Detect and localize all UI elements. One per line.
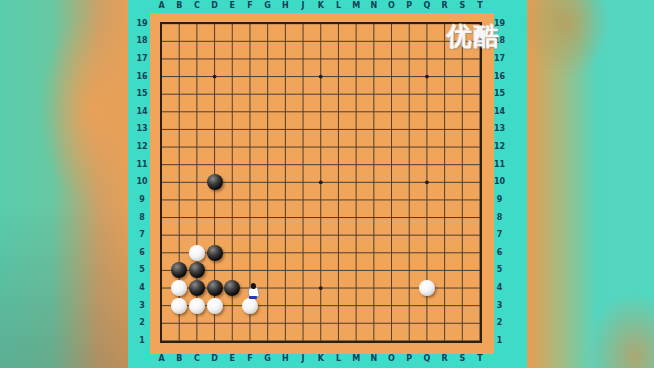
- coordinate-label: B: [176, 355, 182, 363]
- coordinate-label: 3: [497, 302, 503, 310]
- coordinate-label: O: [388, 2, 395, 10]
- coordinate-label: 14: [136, 108, 147, 116]
- coordinate-label: H: [282, 355, 289, 363]
- black-stone: [207, 174, 223, 190]
- coordinate-label: L: [336, 2, 341, 10]
- coordinate-label: 12: [136, 143, 147, 151]
- coordinate-label: L: [336, 355, 341, 363]
- coordinate-label: 14: [494, 108, 505, 116]
- coordinate-label: K: [318, 355, 324, 363]
- coordinate-label: 9: [497, 196, 503, 204]
- coordinate-label: J: [302, 355, 305, 363]
- coordinate-label: A: [158, 355, 164, 363]
- cursor-head: [251, 283, 256, 289]
- coordinate-label: 8: [497, 214, 503, 222]
- coordinate-label: C: [194, 2, 200, 10]
- blurred-background-left: [0, 0, 128, 368]
- coordinate-label: M: [352, 2, 360, 10]
- cursor-cuff: [249, 296, 257, 300]
- coordinate-label: G: [264, 355, 271, 363]
- coordinate-label: 4: [497, 284, 503, 292]
- coordinate-label: S: [459, 355, 465, 363]
- white-stone: [171, 280, 187, 296]
- black-stone: [171, 262, 187, 278]
- white-stone: [189, 245, 205, 261]
- coordinate-label: 2: [497, 319, 503, 327]
- coordinate-label: 11: [136, 161, 147, 169]
- coordinate-label: E: [230, 2, 235, 10]
- coordinate-label: G: [264, 2, 271, 10]
- youku-watermark: 优酷: [447, 20, 501, 53]
- coordinate-label: 2: [139, 319, 145, 327]
- coordinate-label: 13: [494, 125, 505, 133]
- coordinate-label: 6: [497, 249, 503, 257]
- coordinate-label: Q: [424, 355, 431, 363]
- coordinate-label: T: [477, 355, 482, 363]
- coordinate-label: 6: [139, 249, 145, 257]
- coordinate-label: N: [370, 355, 377, 363]
- coordinate-label: 7: [139, 231, 145, 239]
- black-stone: [189, 280, 205, 296]
- coordinate-label: S: [459, 2, 465, 10]
- coordinate-label: 5: [139, 266, 145, 274]
- coordinate-label: 18: [136, 37, 147, 45]
- go-app-frame: ABCDEFGHJKLMNOPQRST ABCDEFGHJKLMNOPQRST …: [128, 0, 527, 368]
- coordinate-label: 10: [494, 178, 505, 186]
- coordinate-label: M: [352, 355, 360, 363]
- white-stone: [171, 298, 187, 314]
- coordinate-label: 5: [497, 266, 503, 274]
- coordinate-label: 9: [139, 196, 145, 204]
- coordinate-label: 12: [494, 143, 505, 151]
- white-stone: [419, 280, 435, 296]
- coordinate-label: D: [211, 355, 218, 363]
- coordinate-label: O: [388, 355, 395, 363]
- coordinate-label: F: [247, 355, 252, 363]
- coordinate-label: 15: [494, 90, 505, 98]
- coordinate-label: T: [477, 2, 482, 10]
- coordinate-label: B: [176, 2, 182, 10]
- coordinate-label: 4: [139, 284, 145, 292]
- white-stone: [207, 298, 223, 314]
- blurred-background-right: [527, 0, 654, 368]
- coordinate-label: N: [370, 2, 377, 10]
- coordinate-label: Q: [424, 2, 431, 10]
- coordinate-label: C: [194, 355, 200, 363]
- coordinate-label: 1: [497, 337, 503, 345]
- coordinate-label: 13: [136, 125, 147, 133]
- coordinate-label: J: [302, 2, 305, 10]
- coordinate-label: 3: [139, 302, 145, 310]
- coordinate-label: 16: [136, 73, 147, 81]
- coordinate-label: A: [158, 2, 164, 10]
- coordinate-label: P: [406, 2, 412, 10]
- coordinate-label: 15: [136, 90, 147, 98]
- video-screenshot: ABCDEFGHJKLMNOPQRST ABCDEFGHJKLMNOPQRST …: [0, 0, 654, 368]
- coordinate-label: 19: [136, 20, 147, 28]
- coordinate-label: F: [247, 2, 252, 10]
- coordinate-label: K: [318, 2, 324, 10]
- black-stone: [207, 245, 223, 261]
- coordinate-label: 1: [139, 337, 145, 345]
- coordinate-label: R: [442, 355, 448, 363]
- coordinate-label: P: [406, 355, 412, 363]
- coordinate-label: 17: [494, 55, 505, 63]
- black-stone: [189, 262, 205, 278]
- black-stone: [207, 280, 223, 296]
- coordinate-label: D: [211, 2, 218, 10]
- coordinate-label: 8: [139, 214, 145, 222]
- coordinate-label: H: [282, 2, 289, 10]
- hand-cursor-icon: [247, 283, 259, 300]
- coordinate-label: 10: [136, 178, 147, 186]
- coordinate-label: 17: [136, 55, 147, 63]
- white-stone: [242, 298, 258, 314]
- coordinate-label: E: [230, 355, 235, 363]
- coordinate-label: 11: [494, 161, 505, 169]
- black-stone: [224, 280, 240, 296]
- coordinate-label: R: [442, 2, 448, 10]
- coordinate-label: 7: [497, 231, 503, 239]
- white-stone: [189, 298, 205, 314]
- coordinate-label: 16: [494, 73, 505, 81]
